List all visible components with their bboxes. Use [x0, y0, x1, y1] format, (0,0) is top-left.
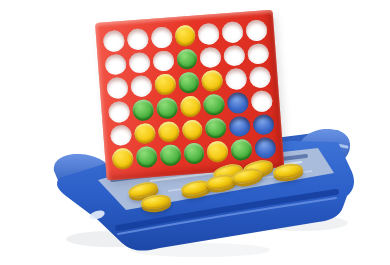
loose-yellow-disc[interactable] — [272, 162, 304, 181]
disc-tray-area — [0, 0, 390, 265]
connect-four-photo — [0, 0, 390, 265]
